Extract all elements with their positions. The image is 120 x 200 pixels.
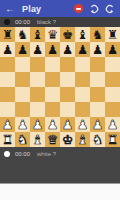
square-a8[interactable]: ♜ xyxy=(0,27,15,42)
square-b6[interactable] xyxy=(15,57,30,72)
square-d5[interactable] xyxy=(45,72,60,87)
square-g4[interactable] xyxy=(90,87,105,102)
white-clock: 00:00 xyxy=(15,151,30,157)
square-e3[interactable] xyxy=(60,102,75,117)
piece-black-king[interactable]: ♚ xyxy=(62,27,73,42)
square-g8[interactable]: ♞ xyxy=(90,27,105,42)
square-c7[interactable]: ♟ xyxy=(30,42,45,57)
piece-black-pawn[interactable]: ♟ xyxy=(107,42,118,57)
square-d4[interactable] xyxy=(45,87,60,102)
square-d7[interactable]: ♟ xyxy=(45,42,60,57)
square-e1[interactable]: ♚ xyxy=(60,132,75,147)
square-g7[interactable]: ♟ xyxy=(90,42,105,57)
square-b5[interactable] xyxy=(15,72,30,87)
square-b7[interactable]: ♟ xyxy=(15,42,30,57)
piece-white-king[interactable]: ♚ xyxy=(62,132,73,147)
square-c2[interactable]: ♟ xyxy=(30,117,45,132)
square-f2[interactable]: ♟ xyxy=(75,117,90,132)
square-d8[interactable]: ♛ xyxy=(45,27,60,42)
square-h5[interactable] xyxy=(105,72,120,87)
piece-white-pawn[interactable]: ♟ xyxy=(32,117,43,132)
square-c1[interactable]: ♝ xyxy=(30,132,45,147)
square-f5[interactable] xyxy=(75,72,90,87)
piece-white-queen[interactable]: ♛ xyxy=(47,132,58,147)
piece-black-knight[interactable]: ♞ xyxy=(17,27,28,42)
square-h7[interactable]: ♟ xyxy=(105,42,120,57)
piece-white-pawn[interactable]: ♟ xyxy=(107,117,118,132)
square-a7[interactable]: ♟ xyxy=(0,42,15,57)
bottom-blank-area xyxy=(0,183,120,200)
square-a3[interactable] xyxy=(0,102,15,117)
piece-white-knight[interactable]: ♞ xyxy=(17,132,28,147)
piece-black-queen[interactable]: ♛ xyxy=(47,27,58,42)
square-d6[interactable] xyxy=(45,57,60,72)
square-c3[interactable] xyxy=(30,102,45,117)
square-g5[interactable] xyxy=(90,72,105,87)
square-h6[interactable] xyxy=(105,57,120,72)
square-g1[interactable]: ♞ xyxy=(90,132,105,147)
square-f8[interactable]: ♝ xyxy=(75,27,90,42)
piece-white-bishop[interactable]: ♝ xyxy=(77,132,88,147)
square-f1[interactable]: ♝ xyxy=(75,132,90,147)
black-player-color-icon xyxy=(4,19,10,25)
square-e7[interactable]: ♟ xyxy=(60,42,75,57)
piece-black-pawn[interactable]: ♟ xyxy=(2,42,13,57)
piece-white-pawn[interactable]: ♟ xyxy=(77,117,88,132)
piece-white-pawn[interactable]: ♟ xyxy=(92,117,103,132)
piece-white-pawn[interactable]: ♟ xyxy=(47,117,58,132)
square-e6[interactable] xyxy=(60,57,75,72)
square-h4[interactable] xyxy=(105,87,120,102)
square-a2[interactable]: ♟ xyxy=(0,117,15,132)
square-c4[interactable] xyxy=(30,87,45,102)
piece-white-pawn[interactable]: ♟ xyxy=(2,117,13,132)
white-player-color-icon xyxy=(4,151,10,157)
square-d1[interactable]: ♛ xyxy=(45,132,60,147)
piece-black-rook[interactable]: ♜ xyxy=(107,27,118,42)
square-f7[interactable]: ♟ xyxy=(75,42,90,57)
block-offer-draw-icon[interactable] xyxy=(74,4,83,13)
square-f4[interactable] xyxy=(75,87,90,102)
piece-black-bishop[interactable]: ♝ xyxy=(32,27,43,42)
square-d2[interactable]: ♟ xyxy=(45,117,60,132)
square-a6[interactable] xyxy=(0,57,15,72)
square-a4[interactable] xyxy=(0,87,15,102)
piece-white-bishop[interactable]: ♝ xyxy=(32,132,43,147)
redo-icon[interactable] xyxy=(105,4,115,14)
piece-black-pawn[interactable]: ♟ xyxy=(47,42,58,57)
page-title: Play xyxy=(22,4,41,14)
piece-white-rook[interactable]: ♜ xyxy=(2,132,13,147)
piece-black-pawn[interactable]: ♟ xyxy=(32,42,43,57)
piece-white-knight[interactable]: ♞ xyxy=(92,132,103,147)
square-h2[interactable]: ♟ xyxy=(105,117,120,132)
piece-black-rook[interactable]: ♜ xyxy=(2,27,13,42)
piece-white-pawn[interactable]: ♟ xyxy=(62,117,73,132)
square-h3[interactable] xyxy=(105,102,120,117)
undo-icon[interactable] xyxy=(89,4,99,14)
white-player-name: white ? xyxy=(37,151,56,157)
square-a1[interactable]: ♜ xyxy=(0,132,15,147)
square-g3[interactable] xyxy=(90,102,105,117)
black-player-name: black ? xyxy=(37,19,56,25)
piece-black-pawn[interactable]: ♟ xyxy=(77,42,88,57)
square-h8[interactable]: ♜ xyxy=(105,27,120,42)
app-bar-actions xyxy=(74,4,115,14)
black-clock: 00:00 xyxy=(15,19,30,25)
piece-white-rook[interactable]: ♜ xyxy=(107,132,118,147)
piece-black-pawn[interactable]: ♟ xyxy=(92,42,103,57)
square-b4[interactable] xyxy=(15,87,30,102)
square-f3[interactable] xyxy=(75,102,90,117)
black-player-bar: 00:00 black ? xyxy=(0,17,120,27)
square-b3[interactable] xyxy=(15,102,30,117)
square-g6[interactable] xyxy=(90,57,105,72)
back-arrow-icon[interactable]: ← xyxy=(5,4,15,14)
square-e8[interactable]: ♚ xyxy=(60,27,75,42)
square-b2[interactable]: ♟ xyxy=(15,117,30,132)
square-b1[interactable]: ♞ xyxy=(15,132,30,147)
app-bar: ← Play xyxy=(0,0,120,17)
square-e2[interactable]: ♟ xyxy=(60,117,75,132)
piece-black-pawn[interactable]: ♟ xyxy=(17,42,28,57)
white-player-bar: 00:00 white ? xyxy=(0,147,120,161)
square-d3[interactable] xyxy=(45,102,60,117)
square-a5[interactable] xyxy=(0,72,15,87)
piece-black-knight[interactable]: ♞ xyxy=(92,27,103,42)
square-c5[interactable] xyxy=(30,72,45,87)
square-c8[interactable]: ♝ xyxy=(30,27,45,42)
piece-black-pawn[interactable]: ♟ xyxy=(62,42,73,57)
square-e4[interactable] xyxy=(60,87,75,102)
lower-panel xyxy=(0,161,120,183)
square-c6[interactable] xyxy=(30,57,45,72)
piece-white-pawn[interactable]: ♟ xyxy=(17,117,28,132)
square-h1[interactable]: ♜ xyxy=(105,132,120,147)
piece-black-bishop[interactable]: ♝ xyxy=(77,27,88,42)
square-e5[interactable] xyxy=(60,72,75,87)
square-f6[interactable] xyxy=(75,57,90,72)
square-g2[interactable]: ♟ xyxy=(90,117,105,132)
chess-board: ♜♞♝♛♚♝♞♜♟♟♟♟♟♟♟♟♟♟♟♟♟♟♟♟♜♞♝♛♚♝♞♜ xyxy=(0,27,120,147)
square-b8[interactable]: ♞ xyxy=(15,27,30,42)
